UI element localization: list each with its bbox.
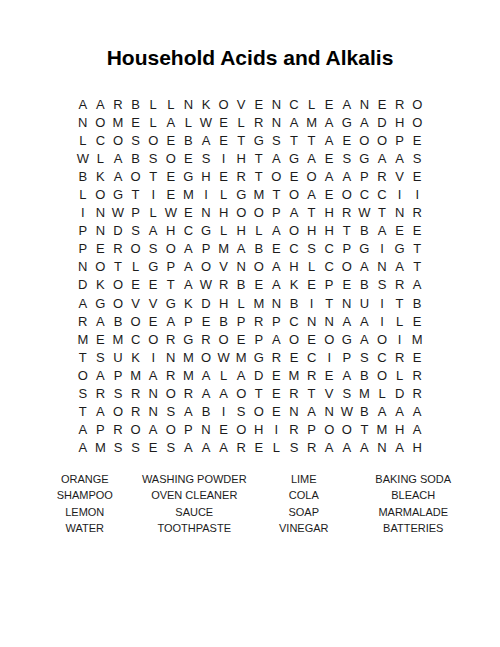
grid-cell[interactable]: V	[215, 258, 233, 276]
grid-cell[interactable]: R	[285, 385, 303, 403]
grid-cell[interactable]: O	[268, 167, 286, 185]
grid-cell[interactable]: A	[268, 149, 286, 167]
grid-cell[interactable]: K	[285, 276, 303, 294]
grid-cell[interactable]: A	[74, 95, 92, 113]
grid-cell[interactable]: H	[391, 113, 409, 131]
grid-cell[interactable]: A	[408, 403, 426, 421]
grid-cell[interactable]: R	[285, 421, 303, 439]
grid-cell[interactable]: E	[408, 131, 426, 149]
grid-cell[interactable]: T	[285, 131, 303, 149]
grid-cell[interactable]: E	[215, 131, 233, 149]
grid-cell[interactable]: M	[109, 330, 127, 348]
grid-cell[interactable]: N	[373, 439, 391, 457]
grid-cell[interactable]: O	[109, 403, 127, 421]
grid-cell[interactable]: E	[408, 312, 426, 330]
grid-cell[interactable]: E	[268, 403, 286, 421]
grid-cell[interactable]: P	[109, 366, 127, 384]
grid-cell[interactable]: T	[408, 240, 426, 258]
grid-cell[interactable]: E	[162, 185, 180, 203]
grid-cell[interactable]: D	[373, 113, 391, 131]
grid-cell[interactable]: W	[197, 113, 215, 131]
grid-cell[interactable]: I	[215, 403, 233, 421]
grid-cell[interactable]: O	[162, 421, 180, 439]
grid-cell[interactable]: O	[408, 95, 426, 113]
grid-cell[interactable]: A	[215, 385, 233, 403]
grid-cell[interactable]: E	[391, 222, 409, 240]
grid-cell[interactable]: D	[74, 276, 92, 294]
grid-cell[interactable]: O	[92, 113, 110, 131]
grid-cell[interactable]: A	[162, 113, 180, 131]
grid-cell[interactable]: N	[320, 403, 338, 421]
grid-cell[interactable]: H	[320, 222, 338, 240]
grid-cell[interactable]: S	[109, 439, 127, 457]
grid-cell[interactable]: G	[162, 294, 180, 312]
grid-cell[interactable]: A	[285, 204, 303, 222]
grid-cell[interactable]: S	[109, 385, 127, 403]
grid-cell[interactable]: W	[162, 204, 180, 222]
grid-cell[interactable]: G	[356, 149, 374, 167]
grid-cell[interactable]: N	[180, 95, 198, 113]
grid-cell[interactable]: T	[303, 204, 321, 222]
grid-cell[interactable]: O	[232, 421, 250, 439]
grid-cell[interactable]: M	[92, 439, 110, 457]
grid-cell[interactable]: O	[162, 240, 180, 258]
grid-cell[interactable]: O	[303, 167, 321, 185]
grid-cell[interactable]: T	[162, 276, 180, 294]
grid-cell[interactable]: D	[109, 222, 127, 240]
grid-cell[interactable]: A	[356, 113, 374, 131]
grid-cell[interactable]: L	[303, 95, 321, 113]
grid-cell[interactable]: E	[127, 276, 145, 294]
grid-cell[interactable]: E	[338, 131, 356, 149]
grid-cell[interactable]: T	[74, 403, 92, 421]
grid-cell[interactable]: C	[303, 348, 321, 366]
grid-cell[interactable]: P	[74, 240, 92, 258]
grid-cell[interactable]: W	[338, 403, 356, 421]
grid-cell[interactable]: H	[162, 222, 180, 240]
grid-cell[interactable]: I	[144, 348, 162, 366]
grid-cell[interactable]: C	[373, 185, 391, 203]
grid-cell[interactable]: A	[180, 439, 198, 457]
grid-cell[interactable]: O	[92, 258, 110, 276]
grid-cell[interactable]: A	[373, 222, 391, 240]
grid-cell[interactable]: P	[74, 222, 92, 240]
grid-cell[interactable]: I	[144, 185, 162, 203]
grid-cell[interactable]: P	[268, 204, 286, 222]
grid-cell[interactable]: T	[356, 421, 374, 439]
grid-cell[interactable]: N	[197, 204, 215, 222]
grid-cell[interactable]: S	[408, 149, 426, 167]
grid-cell[interactable]: A	[285, 113, 303, 131]
grid-cell[interactable]: S	[144, 240, 162, 258]
grid-cell[interactable]: G	[92, 294, 110, 312]
grid-cell[interactable]: A	[180, 403, 198, 421]
grid-cell[interactable]: E	[303, 276, 321, 294]
grid-cell[interactable]: O	[109, 294, 127, 312]
grid-cell[interactable]: O	[127, 421, 145, 439]
grid-cell[interactable]: A	[109, 149, 127, 167]
grid-cell[interactable]: A	[180, 258, 198, 276]
grid-cell[interactable]: S	[338, 385, 356, 403]
grid-cell[interactable]: I	[320, 348, 338, 366]
grid-cell[interactable]: A	[338, 366, 356, 384]
grid-cell[interactable]: N	[268, 113, 286, 131]
grid-cell[interactable]: N	[391, 204, 409, 222]
grid-cell[interactable]: E	[215, 167, 233, 185]
grid-cell[interactable]: N	[356, 95, 374, 113]
grid-cell[interactable]: T	[109, 258, 127, 276]
grid-cell[interactable]: T	[373, 204, 391, 222]
grid-cell[interactable]: G	[144, 258, 162, 276]
grid-cell[interactable]: R	[109, 240, 127, 258]
grid-cell[interactable]: A	[180, 240, 198, 258]
grid-cell[interactable]: O	[144, 131, 162, 149]
grid-cell[interactable]: W	[356, 204, 374, 222]
grid-cell[interactable]: N	[373, 258, 391, 276]
grid-cell[interactable]: N	[197, 421, 215, 439]
grid-cell[interactable]: M	[373, 421, 391, 439]
grid-cell[interactable]: B	[356, 403, 374, 421]
grid-cell[interactable]: R	[250, 113, 268, 131]
grid-cell[interactable]: D	[197, 294, 215, 312]
grid-cell[interactable]: A	[92, 366, 110, 384]
grid-cell[interactable]: B	[250, 240, 268, 258]
grid-cell[interactable]: W	[197, 276, 215, 294]
grid-cell[interactable]: B	[197, 403, 215, 421]
grid-cell[interactable]: I	[74, 204, 92, 222]
grid-cell[interactable]: T	[338, 222, 356, 240]
grid-cell[interactable]: C	[180, 222, 198, 240]
grid-cell[interactable]: K	[92, 276, 110, 294]
grid-cell[interactable]: P	[162, 258, 180, 276]
grid-cell[interactable]: O	[162, 149, 180, 167]
grid-cell[interactable]: R	[232, 439, 250, 457]
grid-cell[interactable]: I	[373, 240, 391, 258]
grid-cell[interactable]: C	[285, 240, 303, 258]
grid-cell[interactable]: E	[162, 131, 180, 149]
grid-cell[interactable]: R	[268, 348, 286, 366]
grid-cell[interactable]: P	[127, 204, 145, 222]
grid-cell[interactable]: R	[408, 366, 426, 384]
grid-cell[interactable]: P	[320, 276, 338, 294]
grid-cell[interactable]: G	[356, 240, 374, 258]
grid-cell[interactable]: P	[338, 348, 356, 366]
grid-cell[interactable]: H	[303, 222, 321, 240]
grid-cell[interactable]: R	[162, 366, 180, 384]
grid-cell[interactable]: T	[320, 294, 338, 312]
grid-cell[interactable]: D	[391, 385, 409, 403]
grid-cell[interactable]: R	[180, 385, 198, 403]
grid-cell[interactable]: O	[338, 185, 356, 203]
grid-cell[interactable]: C	[285, 312, 303, 330]
grid-cell[interactable]: K	[180, 294, 198, 312]
grid-cell[interactable]: R	[408, 204, 426, 222]
grid-cell[interactable]: I	[408, 185, 426, 203]
grid-cell[interactable]: G	[232, 185, 250, 203]
grid-cell[interactable]: A	[232, 366, 250, 384]
grid-cell[interactable]: A	[197, 439, 215, 457]
grid-cell[interactable]: O	[285, 222, 303, 240]
grid-cell[interactable]: O	[109, 131, 127, 149]
grid-cell[interactable]: A	[74, 421, 92, 439]
grid-cell[interactable]: O	[373, 131, 391, 149]
grid-cell[interactable]: M	[356, 385, 374, 403]
grid-cell[interactable]: S	[285, 439, 303, 457]
grid-cell[interactable]: R	[373, 167, 391, 185]
grid-cell[interactable]: T	[232, 131, 250, 149]
grid-cell[interactable]: A	[268, 258, 286, 276]
grid-cell[interactable]: O	[197, 348, 215, 366]
grid-cell[interactable]: S	[232, 403, 250, 421]
grid-cell[interactable]: P	[92, 421, 110, 439]
grid-cell[interactable]: E	[268, 366, 286, 384]
grid-cell[interactable]: B	[285, 294, 303, 312]
grid-cell[interactable]: A	[373, 149, 391, 167]
grid-cell[interactable]: G	[338, 113, 356, 131]
grid-cell[interactable]: L	[373, 385, 391, 403]
grid-cell[interactable]: I	[373, 312, 391, 330]
grid-cell[interactable]: R	[127, 385, 145, 403]
grid-cell[interactable]: E	[320, 149, 338, 167]
grid-cell[interactable]: A	[356, 312, 374, 330]
grid-cell[interactable]: E	[408, 348, 426, 366]
grid-cell[interactable]: L	[232, 294, 250, 312]
grid-cell[interactable]: E	[268, 385, 286, 403]
grid-cell[interactable]: W	[109, 204, 127, 222]
grid-cell[interactable]: B	[356, 222, 374, 240]
grid-cell[interactable]: I	[391, 185, 409, 203]
grid-cell[interactable]: C	[127, 330, 145, 348]
grid-cell[interactable]: G	[197, 222, 215, 240]
grid-cell[interactable]: S	[268, 131, 286, 149]
grid-cell[interactable]: O	[408, 113, 426, 131]
grid-cell[interactable]: N	[320, 312, 338, 330]
grid-cell[interactable]: O	[338, 258, 356, 276]
grid-cell[interactable]: A	[92, 403, 110, 421]
grid-cell[interactable]: T	[74, 348, 92, 366]
grid-cell[interactable]: U	[109, 348, 127, 366]
grid-cell[interactable]: G	[285, 149, 303, 167]
grid-cell[interactable]: B	[408, 294, 426, 312]
grid-cell[interactable]: R	[109, 421, 127, 439]
grid-cell[interactable]: E	[197, 312, 215, 330]
grid-cell[interactable]: O	[109, 276, 127, 294]
grid-cell[interactable]: T	[303, 385, 321, 403]
grid-cell[interactable]: T	[144, 167, 162, 185]
grid-cell[interactable]: P	[356, 167, 374, 185]
grid-cell[interactable]: A	[197, 366, 215, 384]
grid-cell[interactable]: E	[320, 185, 338, 203]
grid-cell[interactable]: G	[338, 330, 356, 348]
grid-cell[interactable]: A	[144, 421, 162, 439]
grid-cell[interactable]: V	[144, 294, 162, 312]
grid-cell[interactable]: V	[320, 385, 338, 403]
grid-cell[interactable]: A	[338, 167, 356, 185]
grid-cell[interactable]: A	[92, 312, 110, 330]
grid-cell[interactable]: M	[250, 294, 268, 312]
grid-cell[interactable]: O	[320, 421, 338, 439]
grid-cell[interactable]: P	[338, 240, 356, 258]
grid-cell[interactable]: O	[215, 330, 233, 348]
grid-cell[interactable]: R	[303, 439, 321, 457]
grid-cell[interactable]: C	[92, 131, 110, 149]
grid-cell[interactable]: W	[215, 348, 233, 366]
grid-cell[interactable]: L	[92, 149, 110, 167]
grid-cell[interactable]: T	[268, 185, 286, 203]
grid-cell[interactable]: A	[268, 330, 286, 348]
grid-cell[interactable]: R	[215, 276, 233, 294]
grid-cell[interactable]: V	[127, 294, 145, 312]
grid-cell[interactable]: R	[391, 276, 409, 294]
grid-cell[interactable]: M	[180, 366, 198, 384]
grid-cell[interactable]: S	[197, 149, 215, 167]
grid-cell[interactable]: N	[162, 348, 180, 366]
grid-cell[interactable]: E	[144, 276, 162, 294]
grid-cell[interactable]: H	[320, 204, 338, 222]
grid-cell[interactable]: E	[144, 439, 162, 457]
grid-cell[interactable]: M	[285, 366, 303, 384]
grid-cell[interactable]: L	[303, 258, 321, 276]
grid-cell[interactable]: A	[356, 439, 374, 457]
grid-cell[interactable]: S	[373, 276, 391, 294]
grid-cell[interactable]: O	[373, 366, 391, 384]
grid-cell[interactable]: S	[127, 131, 145, 149]
grid-cell[interactable]: E	[180, 149, 198, 167]
grid-cell[interactable]: K	[197, 95, 215, 113]
grid-cell[interactable]: P	[197, 240, 215, 258]
grid-cell[interactable]: R	[127, 403, 145, 421]
grid-cell[interactable]: T	[127, 185, 145, 203]
grid-cell[interactable]: O	[144, 330, 162, 348]
grid-cell[interactable]: S	[92, 348, 110, 366]
grid-cell[interactable]: L	[215, 366, 233, 384]
grid-cell[interactable]: E	[320, 95, 338, 113]
grid-cell[interactable]: E	[373, 95, 391, 113]
grid-cell[interactable]: G	[250, 131, 268, 149]
grid-cell[interactable]: A	[197, 385, 215, 403]
grid-cell[interactable]: B	[232, 276, 250, 294]
grid-cell[interactable]: O	[127, 240, 145, 258]
grid-cell[interactable]: C	[356, 185, 374, 203]
grid-cell[interactable]: I	[373, 294, 391, 312]
grid-cell[interactable]: B	[356, 276, 374, 294]
grid-cell[interactable]: L	[74, 131, 92, 149]
grid-cell[interactable]: N	[144, 403, 162, 421]
grid-cell[interactable]: E	[250, 439, 268, 457]
grid-cell[interactable]: G	[250, 348, 268, 366]
grid-cell[interactable]: O	[92, 185, 110, 203]
grid-cell[interactable]: S	[127, 439, 145, 457]
grid-cell[interactable]: E	[268, 240, 286, 258]
grid-cell[interactable]: E	[215, 113, 233, 131]
grid-cell[interactable]: V	[232, 95, 250, 113]
grid-cell[interactable]: S	[127, 222, 145, 240]
grid-cell[interactable]: E	[215, 421, 233, 439]
grid-cell[interactable]: R	[338, 204, 356, 222]
grid-cell[interactable]: A	[338, 95, 356, 113]
grid-cell[interactable]: H	[250, 421, 268, 439]
grid-cell[interactable]: L	[144, 113, 162, 131]
grid-cell[interactable]: A	[215, 439, 233, 457]
grid-cell[interactable]: T	[250, 167, 268, 185]
grid-cell[interactable]: R	[109, 95, 127, 113]
grid-cell[interactable]: L	[180, 113, 198, 131]
grid-cell[interactable]: A	[320, 167, 338, 185]
grid-cell[interactable]: O	[74, 366, 92, 384]
grid-cell[interactable]: O	[285, 330, 303, 348]
grid-cell[interactable]: C	[285, 95, 303, 113]
grid-cell[interactable]: A	[303, 149, 321, 167]
grid-cell[interactable]: R	[408, 385, 426, 403]
grid-cell[interactable]: H	[215, 204, 233, 222]
grid-cell[interactable]: S	[162, 439, 180, 457]
grid-cell[interactable]: E	[320, 366, 338, 384]
grid-cell[interactable]: M	[250, 185, 268, 203]
grid-cell[interactable]: R	[197, 330, 215, 348]
grid-cell[interactable]: P	[268, 312, 286, 330]
grid-cell[interactable]: O	[127, 167, 145, 185]
grid-cell[interactable]: A	[74, 439, 92, 457]
grid-cell[interactable]: P	[180, 421, 198, 439]
grid-cell[interactable]: G	[109, 185, 127, 203]
grid-cell[interactable]: P	[391, 131, 409, 149]
grid-cell[interactable]: E	[285, 348, 303, 366]
grid-cell[interactable]: V	[391, 167, 409, 185]
grid-cell[interactable]: E	[285, 167, 303, 185]
grid-cell[interactable]: T	[303, 131, 321, 149]
grid-cell[interactable]: L	[268, 439, 286, 457]
grid-cell[interactable]: S	[74, 385, 92, 403]
grid-cell[interactable]: G	[180, 167, 198, 185]
grid-cell[interactable]: A	[268, 276, 286, 294]
grid-cell[interactable]: E	[250, 276, 268, 294]
grid-cell[interactable]: S	[144, 149, 162, 167]
grid-cell[interactable]: E	[162, 167, 180, 185]
grid-cell[interactable]: M	[127, 366, 145, 384]
grid-cell[interactable]: H	[232, 222, 250, 240]
grid-cell[interactable]: O	[285, 185, 303, 203]
grid-cell[interactable]: R	[391, 348, 409, 366]
grid-cell[interactable]: P	[180, 312, 198, 330]
grid-cell[interactable]: R	[92, 385, 110, 403]
grid-cell[interactable]: E	[144, 312, 162, 330]
grid-cell[interactable]: A	[197, 131, 215, 149]
grid-cell[interactable]: E	[408, 222, 426, 240]
grid-cell[interactable]: O	[320, 330, 338, 348]
grid-cell[interactable]: U	[356, 294, 374, 312]
grid-cell[interactable]: I	[215, 149, 233, 167]
grid-cell[interactable]: A	[320, 131, 338, 149]
grid-cell[interactable]: H	[197, 167, 215, 185]
grid-cell[interactable]: O	[162, 385, 180, 403]
grid-cell[interactable]: R	[250, 312, 268, 330]
grid-cell[interactable]: A	[391, 403, 409, 421]
grid-cell[interactable]: T	[250, 385, 268, 403]
grid-cell[interactable]: A	[356, 330, 374, 348]
grid-cell[interactable]: T	[391, 294, 409, 312]
grid-cell[interactable]: A	[408, 276, 426, 294]
grid-cell[interactable]: R	[162, 330, 180, 348]
grid-cell[interactable]: E	[92, 330, 110, 348]
grid-cell[interactable]: A	[320, 113, 338, 131]
grid-cell[interactable]: L	[144, 95, 162, 113]
grid-cell[interactable]: L	[74, 185, 92, 203]
grid-cell[interactable]: A	[74, 294, 92, 312]
grid-cell[interactable]: R	[303, 366, 321, 384]
grid-cell[interactable]: A	[391, 149, 409, 167]
grid-cell[interactable]: N	[268, 294, 286, 312]
grid-cell[interactable]: O	[356, 131, 374, 149]
